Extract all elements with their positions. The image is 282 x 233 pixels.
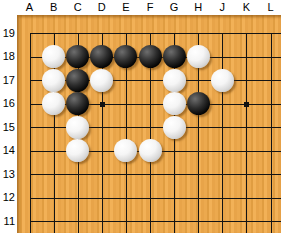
column-label-H: H <box>188 1 208 14</box>
go-diagram: ABCDEFGHJKL191817161514131211 <box>0 0 281 233</box>
stone-white-J17 <box>211 69 234 92</box>
stone-black-F18 <box>139 45 162 68</box>
column-label-A: A <box>20 1 40 14</box>
row-label-12: 12 <box>0 191 15 204</box>
column-label-K: K <box>236 1 256 14</box>
stone-black-C17 <box>66 69 89 92</box>
column-label-G: G <box>164 1 184 14</box>
column-label-B: B <box>44 1 64 14</box>
column-label-L: L <box>261 1 281 14</box>
stone-white-B18 <box>42 45 65 68</box>
column-label-F: F <box>140 1 160 14</box>
row-label-11: 11 <box>0 215 15 228</box>
row-label-19: 19 <box>0 27 15 40</box>
star-point-K16 <box>244 102 249 107</box>
grid-line-col-K <box>246 33 247 233</box>
row-label-17: 17 <box>0 74 15 87</box>
column-label-C: C <box>68 1 88 14</box>
grid-line-row-11 <box>30 221 282 222</box>
stone-white-D17 <box>90 69 113 92</box>
column-label-D: D <box>92 1 112 14</box>
stone-white-C15 <box>66 116 89 139</box>
stone-white-G17 <box>163 69 186 92</box>
row-label-18: 18 <box>0 50 15 63</box>
row-label-13: 13 <box>0 168 15 181</box>
grid-line-col-L <box>271 33 272 233</box>
grid-line-col-A <box>30 33 31 233</box>
stone-white-B17 <box>42 69 65 92</box>
stone-white-H18 <box>187 45 210 68</box>
row-label-16: 16 <box>0 97 15 110</box>
grid-line-row-19 <box>30 33 282 34</box>
grid-line-col-J <box>222 33 223 233</box>
row-label-15: 15 <box>0 121 15 134</box>
column-label-E: E <box>116 1 136 14</box>
star-point-D16 <box>100 102 105 107</box>
stone-black-H16 <box>187 92 210 115</box>
grid-line-row-12 <box>30 198 282 199</box>
column-label-J: J <box>212 1 232 14</box>
stone-white-G15 <box>163 116 186 139</box>
stone-black-G18 <box>163 45 186 68</box>
stone-white-G16 <box>163 92 186 115</box>
grid-line-row-13 <box>30 174 282 175</box>
row-label-14: 14 <box>0 144 15 157</box>
stone-white-F14 <box>139 139 162 162</box>
